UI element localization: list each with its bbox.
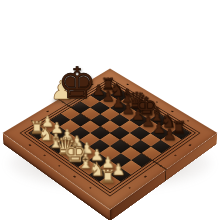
frame-inlay-dot: [57, 165, 61, 167]
chess-piece-black-pawn: ♟: [162, 128, 176, 143]
frame-inlay-dot: [128, 187, 132, 190]
frame-inlay-dot: [174, 154, 177, 156]
display-piece-black-king: ♚: [58, 62, 97, 105]
box-side-seam: [165, 170, 166, 182]
frame-inlay-dot: [43, 154, 46, 156]
frame-inlay-dot: [28, 144, 31, 146]
frame-inlay-dot: [88, 187, 92, 190]
frame-inlay-dot: [188, 144, 191, 146]
product-photo-stage: ♜♞♝♛♚♝♞♜♟♟♟♟♟♟♟♟♟♟♟♟♟♟♟♟♜♞♝♛♚♝♞♜ ♟ ♚: [0, 0, 220, 220]
chess-piece-white-rook: ♜: [100, 168, 116, 186]
frame-inlay-dot: [186, 120, 189, 122]
frame-inlay-dot: [73, 176, 77, 178]
chess-board: ♜♞♝♛♚♝♞♜♟♟♟♟♟♟♟♟♟♟♟♟♟♟♟♟♜♞♝♛♚♝♞♜: [3, 68, 218, 209]
chess-scene: ♜♞♝♛♚♝♞♜♟♟♟♟♟♟♟♟♟♟♟♟♟♟♟♟♜♞♝♛♚♝♞♜: [0, 0, 220, 220]
frame-inlay-dot: [144, 176, 148, 178]
